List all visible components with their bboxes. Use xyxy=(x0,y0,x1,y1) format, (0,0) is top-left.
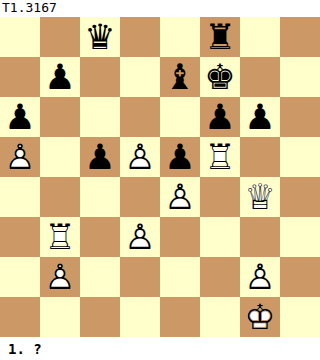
square-c2[interactable] xyxy=(80,257,120,297)
white-pawn-d3[interactable]: ♟♙ xyxy=(120,217,160,257)
square-h7[interactable] xyxy=(280,57,320,97)
black-rook-f8[interactable]: ♜ xyxy=(200,17,240,57)
black-king-f7[interactable]: ♚ xyxy=(200,57,240,97)
square-h3[interactable] xyxy=(280,217,320,257)
square-d7[interactable] xyxy=(120,57,160,97)
white-rook-b3[interactable]: ♜♖ xyxy=(40,217,80,257)
square-e2[interactable] xyxy=(160,257,200,297)
square-f2[interactable] xyxy=(200,257,240,297)
square-d3[interactable]: ♟♙ xyxy=(120,217,160,257)
square-e5[interactable]: ♟ xyxy=(160,137,200,177)
piece-outline: ♕ xyxy=(240,177,280,217)
square-c1[interactable] xyxy=(80,297,120,337)
move-prompt: 1. ? xyxy=(0,337,320,360)
square-f5[interactable]: ♜♖ xyxy=(200,137,240,177)
square-e4[interactable]: ♟♙ xyxy=(160,177,200,217)
square-h2[interactable] xyxy=(280,257,320,297)
white-pawn-d5[interactable]: ♟♙ xyxy=(120,137,160,177)
square-a1[interactable] xyxy=(0,297,40,337)
square-f8[interactable]: ♜ xyxy=(200,17,240,57)
square-h1[interactable] xyxy=(280,297,320,337)
square-d6[interactable] xyxy=(120,97,160,137)
piece-outline: ♙ xyxy=(120,217,160,257)
square-d1[interactable] xyxy=(120,297,160,337)
black-pawn-b7[interactable]: ♟ xyxy=(40,57,80,97)
black-pawn-e5[interactable]: ♟ xyxy=(160,137,200,177)
puzzle-title: T1.3167 xyxy=(0,0,320,17)
piece-outline: ♙ xyxy=(40,257,80,297)
white-pawn-g2[interactable]: ♟♙ xyxy=(240,257,280,297)
square-h4[interactable] xyxy=(280,177,320,217)
white-queen-g4[interactable]: ♛♕ xyxy=(240,177,280,217)
square-g7[interactable] xyxy=(240,57,280,97)
square-b4[interactable] xyxy=(40,177,80,217)
piece-outline: ♙ xyxy=(120,137,160,177)
square-a4[interactable] xyxy=(0,177,40,217)
white-rook-f5[interactable]: ♜♖ xyxy=(200,137,240,177)
black-pawn-c5[interactable]: ♟ xyxy=(80,137,120,177)
piece-outline: ♙ xyxy=(160,177,200,217)
square-c4[interactable] xyxy=(80,177,120,217)
square-g6[interactable]: ♟ xyxy=(240,97,280,137)
piece-outline: ♖ xyxy=(40,217,80,257)
white-pawn-e4[interactable]: ♟♙ xyxy=(160,177,200,217)
white-king-g1[interactable]: ♚♔ xyxy=(240,297,280,337)
square-f7[interactable]: ♚ xyxy=(200,57,240,97)
black-pawn-f6[interactable]: ♟ xyxy=(200,97,240,137)
black-queen-c8[interactable]: ♛ xyxy=(80,17,120,57)
square-b5[interactable] xyxy=(40,137,80,177)
square-h5[interactable] xyxy=(280,137,320,177)
square-a7[interactable] xyxy=(0,57,40,97)
square-b1[interactable] xyxy=(40,297,80,337)
chess-board: ♛♜♟♝♚♟♟♟♟♙♟♟♙♟♜♖♟♙♛♕♜♖♟♙♟♙♟♙♚♔ xyxy=(0,17,320,337)
square-f3[interactable] xyxy=(200,217,240,257)
square-f6[interactable]: ♟ xyxy=(200,97,240,137)
square-d2[interactable] xyxy=(120,257,160,297)
square-e1[interactable] xyxy=(160,297,200,337)
page: { "game": "chess", "header": { "title": … xyxy=(0,0,320,360)
square-c7[interactable] xyxy=(80,57,120,97)
square-a8[interactable] xyxy=(0,17,40,57)
square-f4[interactable] xyxy=(200,177,240,217)
square-b6[interactable] xyxy=(40,97,80,137)
square-g2[interactable]: ♟♙ xyxy=(240,257,280,297)
square-b8[interactable] xyxy=(40,17,80,57)
black-pawn-a6[interactable]: ♟ xyxy=(0,97,40,137)
square-g3[interactable] xyxy=(240,217,280,257)
piece-outline: ♙ xyxy=(240,257,280,297)
piece-outline: ♔ xyxy=(240,297,280,337)
piece-outline: ♖ xyxy=(200,137,240,177)
square-a5[interactable]: ♟♙ xyxy=(0,137,40,177)
square-c3[interactable] xyxy=(80,217,120,257)
square-g8[interactable] xyxy=(240,17,280,57)
square-b3[interactable]: ♜♖ xyxy=(40,217,80,257)
square-g4[interactable]: ♛♕ xyxy=(240,177,280,217)
square-d8[interactable] xyxy=(120,17,160,57)
square-a6[interactable]: ♟ xyxy=(0,97,40,137)
square-a3[interactable] xyxy=(0,217,40,257)
square-h8[interactable] xyxy=(280,17,320,57)
square-d4[interactable] xyxy=(120,177,160,217)
square-c6[interactable] xyxy=(80,97,120,137)
square-e7[interactable]: ♝ xyxy=(160,57,200,97)
square-g1[interactable]: ♚♔ xyxy=(240,297,280,337)
square-e8[interactable] xyxy=(160,17,200,57)
square-h6[interactable] xyxy=(280,97,320,137)
square-b2[interactable]: ♟♙ xyxy=(40,257,80,297)
square-g5[interactable] xyxy=(240,137,280,177)
square-e3[interactable] xyxy=(160,217,200,257)
square-c8[interactable]: ♛ xyxy=(80,17,120,57)
square-c5[interactable]: ♟ xyxy=(80,137,120,177)
black-bishop-e7[interactable]: ♝ xyxy=(160,57,200,97)
square-d5[interactable]: ♟♙ xyxy=(120,137,160,177)
square-e6[interactable] xyxy=(160,97,200,137)
white-pawn-b2[interactable]: ♟♙ xyxy=(40,257,80,297)
black-pawn-g6[interactable]: ♟ xyxy=(240,97,280,137)
square-f1[interactable] xyxy=(200,297,240,337)
white-pawn-a5[interactable]: ♟♙ xyxy=(0,137,40,177)
square-b7[interactable]: ♟ xyxy=(40,57,80,97)
piece-outline: ♙ xyxy=(0,137,40,177)
square-a2[interactable] xyxy=(0,257,40,297)
